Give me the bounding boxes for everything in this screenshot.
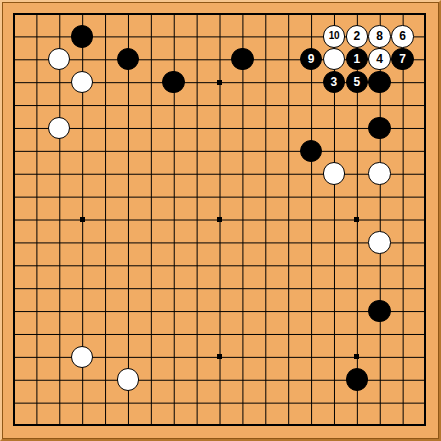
black-stone [368,71,391,94]
black-stone [368,117,391,140]
black-stone [162,71,185,94]
star-point [217,80,222,85]
black-stone-move-5: 5 [346,71,369,94]
white-stone [71,346,94,369]
black-stone [117,48,140,71]
black-stone-move-3: 3 [323,71,346,94]
white-stone-move-10: 10 [323,25,346,48]
go-board: 10286914735 [0,0,441,441]
black-stone [231,48,254,71]
star-point [217,217,222,222]
star-point [354,217,359,222]
white-stone-move-8: 8 [368,25,391,48]
white-stone [368,162,391,185]
star-point [217,354,222,359]
white-stone-move-4: 4 [368,48,391,71]
white-stone [48,48,71,71]
black-stone [300,140,323,163]
white-stone [71,71,94,94]
white-stone [368,231,391,254]
black-stone [346,368,369,391]
star-point [80,217,85,222]
star-point [354,354,359,359]
white-stone [323,162,346,185]
board-intersections: 10286914735 [2,2,437,437]
white-stone-move-6: 6 [391,25,414,48]
black-stone [368,300,391,323]
white-stone [48,117,71,140]
black-stone-move-7: 7 [391,48,414,71]
black-stone-move-1: 1 [346,48,369,71]
black-stone [71,25,94,48]
white-stone [117,368,140,391]
white-stone [323,48,346,71]
black-stone-move-9: 9 [300,48,323,71]
white-stone-move-2: 2 [346,25,369,48]
